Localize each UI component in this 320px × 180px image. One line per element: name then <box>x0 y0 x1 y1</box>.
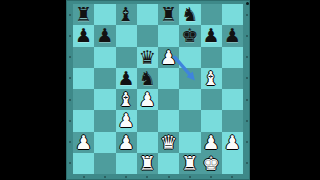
file-mark <box>104 176 106 178</box>
square-a4[interactable] <box>73 89 94 110</box>
rank-mark <box>69 14 71 16</box>
rank-mark <box>69 99 71 101</box>
white-pawn-h2[interactable]: ♟ <box>224 132 241 153</box>
white-bishop-c4[interactable]: ♝ <box>118 89 135 110</box>
white-bishop-g5[interactable]: ♝ <box>203 68 220 89</box>
file-mark <box>83 176 85 178</box>
board-border: ♜♝♜♞♟♟♚♟♟♛♟♟♞♝♝♟♟♟♟♛♟♟♜♜♚ <box>66 0 250 180</box>
square-d7[interactable] <box>137 25 158 46</box>
white-king-g1[interactable]: ♚ <box>203 153 220 174</box>
square-h2[interactable]: ♟ <box>222 132 243 153</box>
white-pawn-c2[interactable]: ♟ <box>118 132 135 153</box>
white-queen-e2[interactable]: ♛ <box>160 132 177 153</box>
square-c2[interactable]: ♟ <box>116 132 137 153</box>
file-mark <box>146 176 148 178</box>
rank-mark <box>246 35 248 37</box>
square-c6[interactable] <box>116 47 137 68</box>
white-pawn-d4[interactable]: ♟ <box>139 89 156 110</box>
square-b3[interactable] <box>94 110 115 131</box>
square-e7[interactable] <box>158 25 179 46</box>
white-pawn-a2[interactable]: ♟ <box>75 132 92 153</box>
square-g2[interactable]: ♟ <box>201 132 222 153</box>
square-f2[interactable] <box>179 132 200 153</box>
rank-mark <box>246 99 248 101</box>
square-f3[interactable] <box>179 110 200 131</box>
white-pawn-g2[interactable]: ♟ <box>203 132 220 153</box>
square-c7[interactable] <box>116 25 137 46</box>
border-corner-dot <box>246 2 249 5</box>
square-h8[interactable] <box>222 4 243 25</box>
square-b1[interactable] <box>94 153 115 174</box>
square-c1[interactable] <box>116 153 137 174</box>
square-a2[interactable]: ♟ <box>73 132 94 153</box>
white-pawn-c3[interactable]: ♟ <box>118 110 135 131</box>
square-c3[interactable]: ♟ <box>116 110 137 131</box>
square-c8[interactable]: ♝ <box>116 4 137 25</box>
square-a3[interactable] <box>73 110 94 131</box>
square-d5[interactable]: ♞ <box>137 68 158 89</box>
square-c4[interactable]: ♝ <box>116 89 137 110</box>
square-d3[interactable] <box>137 110 158 131</box>
black-rook-e8[interactable]: ♜ <box>160 4 177 25</box>
square-h1[interactable] <box>222 153 243 174</box>
file-mark <box>231 176 233 178</box>
square-g7[interactable]: ♟ <box>201 25 222 46</box>
black-pawn-b7[interactable]: ♟ <box>96 25 113 46</box>
white-pawn-e6[interactable]: ♟ <box>160 47 177 68</box>
square-e2[interactable]: ♛ <box>158 132 179 153</box>
square-b5[interactable] <box>94 68 115 89</box>
square-h5[interactable] <box>222 68 243 89</box>
black-knight-f8[interactable]: ♞ <box>181 4 198 25</box>
rank-mark <box>69 120 71 122</box>
black-knight-d5[interactable]: ♞ <box>139 68 156 89</box>
square-d6[interactable]: ♛ <box>137 47 158 68</box>
black-pawn-c5[interactable]: ♟ <box>118 68 135 89</box>
rank-mark <box>246 56 248 58</box>
rank-mark <box>246 77 248 79</box>
file-mark <box>125 176 127 178</box>
square-b4[interactable] <box>94 89 115 110</box>
square-a1[interactable] <box>73 153 94 174</box>
square-a6[interactable] <box>73 47 94 68</box>
square-b8[interactable] <box>94 4 115 25</box>
square-g1[interactable]: ♚ <box>201 153 222 174</box>
square-d1[interactable]: ♜ <box>137 153 158 174</box>
black-bishop-c8[interactable]: ♝ <box>118 4 135 25</box>
rank-mark <box>246 120 248 122</box>
square-e4[interactable] <box>158 89 179 110</box>
square-f6[interactable] <box>179 47 200 68</box>
square-e1[interactable] <box>158 153 179 174</box>
square-h3[interactable] <box>222 110 243 131</box>
rank-mark <box>69 77 71 79</box>
rank-mark <box>69 162 71 164</box>
square-h6[interactable] <box>222 47 243 68</box>
square-g8[interactable] <box>201 4 222 25</box>
square-f7[interactable]: ♚ <box>179 25 200 46</box>
rank-mark <box>246 162 248 164</box>
square-c5[interactable]: ♟ <box>116 68 137 89</box>
square-a5[interactable] <box>73 68 94 89</box>
rank-mark <box>69 141 71 143</box>
square-h7[interactable]: ♟ <box>222 25 243 46</box>
square-b6[interactable] <box>94 47 115 68</box>
rank-mark <box>246 141 248 143</box>
black-king-f7[interactable]: ♚ <box>181 25 198 46</box>
square-a7[interactable]: ♟ <box>73 25 94 46</box>
square-e3[interactable] <box>158 110 179 131</box>
square-e5[interactable] <box>158 68 179 89</box>
square-f8[interactable]: ♞ <box>179 4 200 25</box>
square-d2[interactable] <box>137 132 158 153</box>
screenshot-root: ♜♝♜♞♟♟♚♟♟♛♟♟♞♝♝♟♟♟♟♛♟♟♜♜♚ <box>0 0 320 180</box>
rank-mark <box>69 56 71 58</box>
black-rook-a8[interactable]: ♜ <box>75 4 92 25</box>
file-mark <box>210 176 212 178</box>
square-d4[interactable]: ♟ <box>137 89 158 110</box>
square-g4[interactable] <box>201 89 222 110</box>
square-f1[interactable]: ♜ <box>179 153 200 174</box>
chess-board[interactable]: ♜♝♜♞♟♟♚♟♟♛♟♟♞♝♝♟♟♟♟♛♟♟♜♜♚ <box>73 4 243 174</box>
square-b7[interactable]: ♟ <box>94 25 115 46</box>
square-g3[interactable] <box>201 110 222 131</box>
square-f5[interactable] <box>179 68 200 89</box>
black-pawn-g7[interactable]: ♟ <box>203 25 220 46</box>
square-e6[interactable]: ♟ <box>158 47 179 68</box>
square-a8[interactable]: ♜ <box>73 4 94 25</box>
rank-mark <box>69 35 71 37</box>
black-pawn-h7[interactable]: ♟ <box>224 25 241 46</box>
white-rook-d1[interactable]: ♜ <box>139 153 156 174</box>
square-b2[interactable] <box>94 132 115 153</box>
file-mark <box>168 176 170 178</box>
square-g5[interactable]: ♝ <box>201 68 222 89</box>
white-rook-f1[interactable]: ♜ <box>181 153 198 174</box>
rank-mark <box>246 14 248 16</box>
black-pawn-a7[interactable]: ♟ <box>75 25 92 46</box>
black-queen-d6[interactable]: ♛ <box>139 47 156 68</box>
square-h4[interactable] <box>222 89 243 110</box>
square-f4[interactable] <box>179 89 200 110</box>
square-d8[interactable] <box>137 4 158 25</box>
square-e8[interactable]: ♜ <box>158 4 179 25</box>
file-mark <box>189 176 191 178</box>
square-g6[interactable] <box>201 47 222 68</box>
